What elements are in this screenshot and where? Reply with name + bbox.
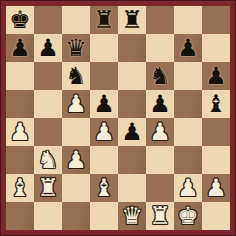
- square-a2[interactable]: ♝: [6, 174, 34, 202]
- square-f7[interactable]: [146, 34, 174, 62]
- board-frame: ♚♜♜♟♟♛♟♞♞♟♟♟♟♝♟♟♟♟♞♟♝♜♝♟♟♛♜♚: [0, 0, 236, 236]
- white-rook[interactable]: ♜: [149, 202, 171, 230]
- square-h2[interactable]: ♟: [202, 174, 230, 202]
- square-h5[interactable]: ♝: [202, 90, 230, 118]
- square-b8[interactable]: [34, 6, 62, 34]
- white-pawn[interactable]: ♟: [93, 118, 115, 146]
- square-d8[interactable]: ♜: [90, 6, 118, 34]
- square-d1[interactable]: [90, 202, 118, 230]
- square-f8[interactable]: [146, 6, 174, 34]
- white-pawn[interactable]: ♟: [65, 90, 87, 118]
- square-g4[interactable]: [174, 118, 202, 146]
- black-pawn[interactable]: ♟: [121, 118, 143, 146]
- square-b3[interactable]: ♞: [34, 146, 62, 174]
- white-pawn[interactable]: ♟: [9, 118, 31, 146]
- square-e4[interactable]: ♟: [118, 118, 146, 146]
- square-b6[interactable]: [34, 62, 62, 90]
- black-pawn[interactable]: ♟: [205, 62, 227, 90]
- black-pawn[interactable]: ♟: [9, 34, 31, 62]
- square-h4[interactable]: [202, 118, 230, 146]
- square-b5[interactable]: [34, 90, 62, 118]
- black-pawn[interactable]: ♟: [149, 90, 171, 118]
- square-b1[interactable]: [34, 202, 62, 230]
- white-knight[interactable]: ♞: [37, 146, 59, 174]
- black-king[interactable]: ♚: [9, 6, 31, 34]
- black-pawn[interactable]: ♟: [37, 34, 59, 62]
- white-bishop[interactable]: ♝: [93, 174, 115, 202]
- square-g3[interactable]: [174, 146, 202, 174]
- square-e2[interactable]: [118, 174, 146, 202]
- white-pawn[interactable]: ♟: [65, 146, 87, 174]
- square-b7[interactable]: ♟: [34, 34, 62, 62]
- square-h7[interactable]: [202, 34, 230, 62]
- square-g2[interactable]: ♟: [174, 174, 202, 202]
- square-c3[interactable]: ♟: [62, 146, 90, 174]
- square-f3[interactable]: [146, 146, 174, 174]
- square-f5[interactable]: ♟: [146, 90, 174, 118]
- black-pawn[interactable]: ♟: [177, 34, 199, 62]
- square-c8[interactable]: [62, 6, 90, 34]
- square-h3[interactable]: [202, 146, 230, 174]
- chess-board: ♚♜♜♟♟♛♟♞♞♟♟♟♟♝♟♟♟♟♞♟♝♜♝♟♟♛♜♚: [6, 6, 230, 230]
- white-pawn[interactable]: ♟: [149, 118, 171, 146]
- square-c6[interactable]: ♞: [62, 62, 90, 90]
- square-e7[interactable]: [118, 34, 146, 62]
- black-rook[interactable]: ♜: [93, 6, 115, 34]
- square-c7[interactable]: ♛: [62, 34, 90, 62]
- square-b2[interactable]: ♜: [34, 174, 62, 202]
- square-d7[interactable]: [90, 34, 118, 62]
- square-a5[interactable]: [6, 90, 34, 118]
- white-king[interactable]: ♚: [177, 202, 199, 230]
- square-c1[interactable]: [62, 202, 90, 230]
- white-rook[interactable]: ♜: [37, 174, 59, 202]
- square-h1[interactable]: [202, 202, 230, 230]
- black-rook[interactable]: ♜: [121, 6, 143, 34]
- square-a6[interactable]: [6, 62, 34, 90]
- square-a8[interactable]: ♚: [6, 6, 34, 34]
- square-g1[interactable]: ♚: [174, 202, 202, 230]
- square-a4[interactable]: ♟: [6, 118, 34, 146]
- black-queen[interactable]: ♛: [65, 34, 87, 62]
- square-h8[interactable]: [202, 6, 230, 34]
- square-g5[interactable]: [174, 90, 202, 118]
- square-g6[interactable]: [174, 62, 202, 90]
- black-pawn[interactable]: ♟: [93, 90, 115, 118]
- square-e3[interactable]: [118, 146, 146, 174]
- square-h6[interactable]: ♟: [202, 62, 230, 90]
- square-a7[interactable]: ♟: [6, 34, 34, 62]
- square-e8[interactable]: ♜: [118, 6, 146, 34]
- square-a1[interactable]: [6, 202, 34, 230]
- square-d3[interactable]: [90, 146, 118, 174]
- black-bishop[interactable]: ♝: [205, 90, 227, 118]
- square-c2[interactable]: [62, 174, 90, 202]
- square-e6[interactable]: [118, 62, 146, 90]
- black-knight[interactable]: ♞: [65, 62, 87, 90]
- square-f6[interactable]: ♞: [146, 62, 174, 90]
- square-f1[interactable]: ♜: [146, 202, 174, 230]
- square-f2[interactable]: [146, 174, 174, 202]
- square-c4[interactable]: [62, 118, 90, 146]
- square-c5[interactable]: ♟: [62, 90, 90, 118]
- square-e5[interactable]: [118, 90, 146, 118]
- square-d6[interactable]: [90, 62, 118, 90]
- square-d5[interactable]: ♟: [90, 90, 118, 118]
- square-g8[interactable]: [174, 6, 202, 34]
- white-pawn[interactable]: ♟: [205, 174, 227, 202]
- white-bishop[interactable]: ♝: [9, 174, 31, 202]
- black-knight[interactable]: ♞: [149, 62, 171, 90]
- square-b4[interactable]: [34, 118, 62, 146]
- white-queen[interactable]: ♛: [121, 202, 143, 230]
- white-pawn[interactable]: ♟: [177, 174, 199, 202]
- square-d2[interactable]: ♝: [90, 174, 118, 202]
- square-d4[interactable]: ♟: [90, 118, 118, 146]
- square-a3[interactable]: [6, 146, 34, 174]
- square-f4[interactable]: ♟: [146, 118, 174, 146]
- square-g7[interactable]: ♟: [174, 34, 202, 62]
- square-e1[interactable]: ♛: [118, 202, 146, 230]
